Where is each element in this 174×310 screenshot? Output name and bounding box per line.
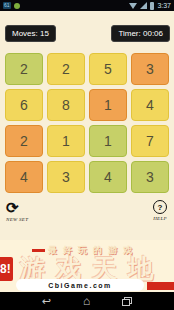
back-button[interactable]: ↩ (42, 296, 51, 307)
status-bar: 61 3:37 (0, 0, 174, 11)
tile-r4c1[interactable]: 4 (5, 161, 43, 193)
help-label: HELP (149, 216, 171, 221)
wifi-icon (129, 3, 137, 9)
navigation-bar: ↩ ⌂ (0, 292, 174, 310)
help-button[interactable]: ? HELP (149, 200, 171, 221)
tile-r3c4[interactable]: 7 (131, 125, 169, 157)
battery-icon (150, 2, 154, 10)
tile-r4c4[interactable]: 3 (131, 161, 169, 193)
android-notification-icon (14, 3, 20, 9)
new-set-label: NEW SET (6, 217, 32, 222)
ad-red-bar (147, 282, 174, 290)
ad-badge: 8! (0, 257, 13, 281)
tile-r2c4[interactable]: 4 (131, 89, 169, 121)
recents-button[interactable] (122, 297, 132, 306)
new-set-button[interactable]: ⟳ NEW SET (6, 200, 32, 222)
app-screen: 61 3:37 Moves: 15 Timer: 00:06 225368142… (0, 0, 174, 310)
status-bar-right: 3:37 (129, 2, 171, 10)
tile-r4c2[interactable]: 3 (47, 161, 85, 193)
notification-badge: 61 (3, 2, 11, 9)
ad-url: CbiGame.com (48, 282, 112, 289)
tile-r1c4[interactable]: 3 (131, 53, 169, 85)
tile-r4c3[interactable]: 4 (89, 161, 127, 193)
board: 2253681421174343 (5, 53, 169, 193)
tile-r1c1[interactable]: 2 (5, 53, 43, 85)
clock-text: 3:37 (157, 2, 171, 9)
help-icon: ? (153, 200, 167, 214)
timer-display: Timer: 00:06 (111, 25, 170, 42)
tile-r1c2[interactable]: 2 (47, 53, 85, 85)
tile-r3c3[interactable]: 1 (89, 125, 127, 157)
ad-banner[interactable]: 最好玩的游戏 游戏天地 8! CbiGame.com (0, 240, 174, 292)
tile-r2c3[interactable]: 1 (89, 89, 127, 121)
status-bar-left: 61 (3, 2, 20, 9)
moves-counter: Moves: 15 (5, 25, 56, 42)
tile-r2c1[interactable]: 6 (5, 89, 43, 121)
signal-icon (140, 2, 147, 9)
tile-r2c2[interactable]: 8 (47, 89, 85, 121)
tile-r3c2[interactable]: 1 (47, 125, 85, 157)
home-button[interactable]: ⌂ (83, 295, 90, 307)
refresh-icon: ⟳ (6, 200, 32, 215)
tile-r1c3[interactable]: 5 (89, 53, 127, 85)
ad-url-pill[interactable]: CbiGame.com (16, 279, 144, 291)
tile-r3c1[interactable]: 2 (5, 125, 43, 157)
